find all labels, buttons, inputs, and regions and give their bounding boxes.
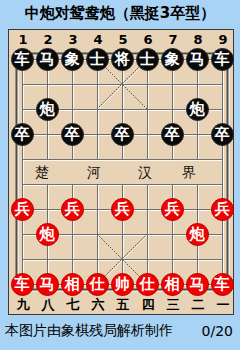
bottom-file-labels: 九八七六五四三二一 xyxy=(11,297,236,313)
red-piece-兵[interactable]: 兵 xyxy=(11,198,34,221)
red-piece-相[interactable]: 相 xyxy=(61,273,84,296)
move-counter: 0/20 xyxy=(202,323,233,339)
file-label: 四 xyxy=(136,297,161,313)
black-piece-象[interactable]: 象 xyxy=(161,48,184,71)
red-piece-车[interactable]: 车 xyxy=(211,273,234,296)
black-piece-炮[interactable]: 炮 xyxy=(36,98,59,121)
black-piece-炮[interactable]: 炮 xyxy=(186,98,209,121)
red-piece-兵[interactable]: 兵 xyxy=(161,198,184,221)
red-piece-兵[interactable]: 兵 xyxy=(61,198,84,221)
red-piece-马[interactable]: 马 xyxy=(36,273,59,296)
footer: 本图片由象棋残局解析制作 0/20 xyxy=(5,322,233,340)
black-piece-卒[interactable]: 卒 xyxy=(111,123,134,146)
app-window: 中炮对鸳鸯炮（黑挺3卒型） 123456789 楚河汉界 车马象士将士象马车炮炮… xyxy=(0,0,240,350)
file-label: 三 xyxy=(161,297,186,313)
file-label: 二 xyxy=(186,297,211,313)
red-piece-帅[interactable]: 帅 xyxy=(111,273,134,296)
black-piece-卒[interactable]: 卒 xyxy=(211,123,234,146)
black-piece-车[interactable]: 车 xyxy=(11,48,34,71)
credit-text: 本图片由象棋残局解析制作 xyxy=(5,322,173,340)
red-piece-兵[interactable]: 兵 xyxy=(211,198,234,221)
page-title: 中炮对鸳鸯炮（黑挺3卒型） xyxy=(0,4,240,23)
black-piece-象[interactable]: 象 xyxy=(61,48,84,71)
file-label: 六 xyxy=(86,297,111,313)
red-piece-仕[interactable]: 仕 xyxy=(136,273,159,296)
red-piece-兵[interactable]: 兵 xyxy=(111,198,134,221)
file-label: 一 xyxy=(211,297,236,313)
red-piece-炮[interactable]: 炮 xyxy=(186,223,209,246)
pieces-grid: 车马象士将士象马车炮炮卒卒卒卒卒兵兵兵兵兵炮炮车马相仕帅仕相马车 xyxy=(10,47,235,297)
black-piece-士[interactable]: 士 xyxy=(136,48,159,71)
xiangqi-board: 123456789 楚河汉界 车马象士将士象马车炮炮卒卒卒卒卒兵兵兵兵兵炮炮车马… xyxy=(8,29,234,315)
file-label: 九 xyxy=(11,297,36,313)
black-piece-将[interactable]: 将 xyxy=(111,48,134,71)
board-lattice: 楚河汉界 车马象士将士象马车炮炮卒卒卒卒卒兵兵兵兵兵炮炮车马相仕帅仕相马车 xyxy=(22,59,222,284)
black-piece-马[interactable]: 马 xyxy=(186,48,209,71)
red-piece-相[interactable]: 相 xyxy=(161,273,184,296)
red-piece-车[interactable]: 车 xyxy=(11,273,34,296)
black-piece-车[interactable]: 车 xyxy=(211,48,234,71)
black-piece-卒[interactable]: 卒 xyxy=(11,123,34,146)
file-label: 七 xyxy=(61,297,86,313)
red-piece-马[interactable]: 马 xyxy=(186,273,209,296)
red-piece-仕[interactable]: 仕 xyxy=(86,273,109,296)
black-piece-士[interactable]: 士 xyxy=(86,48,109,71)
black-piece-马[interactable]: 马 xyxy=(36,48,59,71)
black-piece-卒[interactable]: 卒 xyxy=(161,123,184,146)
file-label: 八 xyxy=(36,297,61,313)
black-piece-卒[interactable]: 卒 xyxy=(61,123,84,146)
file-label: 五 xyxy=(111,297,136,313)
red-piece-炮[interactable]: 炮 xyxy=(36,223,59,246)
